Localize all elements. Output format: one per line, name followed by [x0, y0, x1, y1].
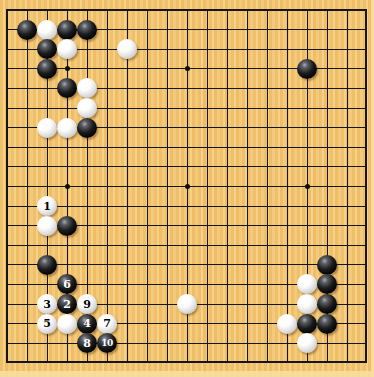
white-stone [57, 314, 77, 334]
black-stone [317, 294, 337, 314]
board-edge-highlight-bottom [0, 371, 374, 377]
black-stone: 2 [57, 294, 77, 314]
black-stone: 4 [77, 314, 97, 334]
black-stone [37, 59, 57, 79]
white-stone [37, 118, 57, 138]
black-stone [297, 59, 317, 79]
white-stone: 7 [97, 314, 117, 334]
move-number-label: 9 [83, 299, 91, 310]
star-point [185, 66, 190, 71]
white-stone: 1 [37, 196, 57, 216]
black-stone [317, 255, 337, 275]
grid-hline [7, 245, 367, 246]
grid-hline [7, 264, 367, 265]
black-stone [57, 216, 77, 236]
white-stone [57, 118, 77, 138]
white-stone [37, 216, 57, 236]
black-stone [57, 78, 77, 98]
move-number-label: 10 [101, 339, 113, 348]
move-number-label: 3 [43, 299, 51, 310]
move-number-label: 6 [63, 279, 71, 290]
white-stone: 3 [37, 294, 57, 314]
black-stone: 6 [57, 274, 77, 294]
white-stone [77, 98, 97, 118]
star-point [65, 66, 70, 71]
white-stone: 9 [77, 294, 97, 314]
white-stone [297, 274, 317, 294]
black-stone [317, 314, 337, 334]
white-stone [277, 314, 297, 334]
go-board[interactable]: 16329547810 [0, 0, 374, 377]
black-stone: 8 [77, 333, 97, 353]
black-stone [297, 314, 317, 334]
star-point [305, 184, 310, 189]
white-stone [117, 39, 137, 59]
move-number-label: 8 [83, 338, 91, 349]
move-number-label: 5 [43, 318, 51, 329]
black-stone [57, 20, 77, 40]
black-stone [37, 255, 57, 275]
black-stone [77, 20, 97, 40]
grid-hline [7, 166, 367, 167]
white-stone [37, 20, 57, 40]
white-stone [177, 294, 197, 314]
grid-hline [7, 206, 367, 207]
black-stone [37, 39, 57, 59]
white-stone [297, 294, 317, 314]
grid-hline [7, 147, 367, 148]
move-number-label: 4 [83, 318, 91, 329]
star-point [185, 184, 190, 189]
move-number-label: 7 [103, 318, 111, 329]
white-stone: 5 [37, 314, 57, 334]
white-stone [57, 39, 77, 59]
black-stone [317, 274, 337, 294]
black-stone [17, 20, 37, 40]
move-number-label: 2 [63, 299, 71, 310]
grid-hline [7, 108, 367, 109]
move-number-label: 1 [43, 201, 51, 212]
star-point [65, 184, 70, 189]
white-stone [297, 333, 317, 353]
white-stone [77, 78, 97, 98]
black-stone: 10 [97, 333, 117, 353]
black-stone [77, 118, 97, 138]
